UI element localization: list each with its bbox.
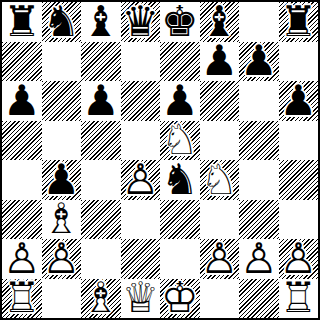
piece-glyph: ♘ <box>200 159 238 201</box>
square-b1[interactable] <box>42 279 82 319</box>
piece-glyph: ♖ <box>3 277 41 319</box>
square-g6[interactable] <box>239 81 279 121</box>
square-c8[interactable]: ♝♝ <box>81 2 121 42</box>
piece-glyph: ♛ <box>121 1 159 43</box>
square-g5[interactable] <box>239 121 279 161</box>
square-e1[interactable]: ♚♔ <box>160 279 200 319</box>
square-a5[interactable] <box>2 121 42 161</box>
square-g4[interactable] <box>239 160 279 200</box>
square-h4[interactable] <box>279 160 319 200</box>
square-e8[interactable]: ♚♚ <box>160 2 200 42</box>
piece-black-pawn: ♟♟ <box>81 81 121 121</box>
piece-glyph: ♟ <box>240 40 278 82</box>
square-d8[interactable]: ♛♛ <box>121 2 161 42</box>
piece-glyph: ♟ <box>200 40 238 82</box>
square-a4[interactable] <box>2 160 42 200</box>
square-a1[interactable]: ♜♖ <box>2 279 42 319</box>
piece-white-pawn: ♟♙ <box>42 239 82 279</box>
square-c5[interactable] <box>81 121 121 161</box>
piece-white-pawn: ♟♙ <box>200 239 240 279</box>
piece-glyph: ♙ <box>42 238 80 280</box>
square-e3[interactable] <box>160 200 200 240</box>
square-b6[interactable] <box>42 81 82 121</box>
piece-glyph: ♞ <box>161 159 199 201</box>
square-b7[interactable] <box>42 42 82 82</box>
piece-glyph: ♔ <box>161 277 199 319</box>
piece-glyph: ♜ <box>279 1 317 43</box>
square-f6[interactable] <box>200 81 240 121</box>
piece-glyph: ♞ <box>42 1 80 43</box>
piece-black-rook: ♜♜ <box>2 2 42 42</box>
piece-black-pawn: ♟♟ <box>279 81 319 121</box>
piece-white-knight: ♞♘ <box>200 160 240 200</box>
square-h5[interactable] <box>279 121 319 161</box>
piece-glyph: ♚ <box>161 1 199 43</box>
square-d6[interactable] <box>121 81 161 121</box>
piece-black-knight: ♞♞ <box>42 2 82 42</box>
piece-glyph: ♖ <box>279 277 317 319</box>
square-h1[interactable]: ♜♖ <box>279 279 319 319</box>
square-a8[interactable]: ♜♜ <box>2 2 42 42</box>
piece-black-pawn: ♟♟ <box>200 42 240 82</box>
piece-black-queen: ♛♛ <box>121 2 161 42</box>
square-b8[interactable]: ♞♞ <box>42 2 82 42</box>
piece-glyph: ♝ <box>82 1 120 43</box>
square-c3[interactable] <box>81 200 121 240</box>
piece-white-king: ♚♔ <box>160 279 200 319</box>
piece-black-pawn: ♟♟ <box>2 81 42 121</box>
square-c6[interactable]: ♟♟ <box>81 81 121 121</box>
piece-white-rook: ♜♖ <box>279 279 319 319</box>
piece-black-king: ♚♚ <box>160 2 200 42</box>
square-g1[interactable] <box>239 279 279 319</box>
square-d3[interactable] <box>121 200 161 240</box>
piece-glyph: ♟ <box>279 80 317 122</box>
piece-glyph: ♕ <box>121 277 159 319</box>
square-d4[interactable]: ♟♙ <box>121 160 161 200</box>
square-g7[interactable]: ♟♟ <box>239 42 279 82</box>
square-c1[interactable]: ♝♗ <box>81 279 121 319</box>
piece-white-pawn: ♟♙ <box>239 239 279 279</box>
square-e4[interactable]: ♞♞ <box>160 160 200 200</box>
piece-black-bishop: ♝♝ <box>81 2 121 42</box>
square-h6[interactable]: ♟♟ <box>279 81 319 121</box>
piece-glyph: ♙ <box>200 238 238 280</box>
piece-black-pawn: ♟♟ <box>239 42 279 82</box>
piece-black-knight: ♞♞ <box>160 160 200 200</box>
square-f1[interactable] <box>200 279 240 319</box>
square-f7[interactable]: ♟♟ <box>200 42 240 82</box>
piece-glyph: ♟ <box>3 80 41 122</box>
piece-black-rook: ♜♜ <box>279 2 319 42</box>
square-f2[interactable]: ♟♙ <box>200 239 240 279</box>
piece-glyph: ♙ <box>121 159 159 201</box>
square-d7[interactable] <box>121 42 161 82</box>
piece-white-queen: ♛♕ <box>121 279 161 319</box>
square-c4[interactable] <box>81 160 121 200</box>
piece-white-rook: ♜♖ <box>2 279 42 319</box>
square-f4[interactable]: ♞♘ <box>200 160 240 200</box>
square-b2[interactable]: ♟♙ <box>42 239 82 279</box>
piece-glyph: ♙ <box>240 238 278 280</box>
piece-glyph: ♗ <box>82 277 120 319</box>
square-a6[interactable]: ♟♟ <box>2 81 42 121</box>
square-d1[interactable]: ♛♕ <box>121 279 161 319</box>
piece-white-bishop: ♝♗ <box>81 279 121 319</box>
piece-glyph: ♟ <box>82 80 120 122</box>
chess-board: ♜♜♞♞♝♝♛♛♚♚♝♝♜♜♟♟♟♟♟♟♟♟♟♟♟♟♞♘♟♟♟♙♞♞♞♘♝♗♟♙… <box>0 0 320 320</box>
square-h8[interactable]: ♜♜ <box>279 2 319 42</box>
piece-glyph: ♜ <box>3 1 41 43</box>
square-g2[interactable]: ♟♙ <box>239 239 279 279</box>
piece-white-pawn: ♟♙ <box>121 160 161 200</box>
